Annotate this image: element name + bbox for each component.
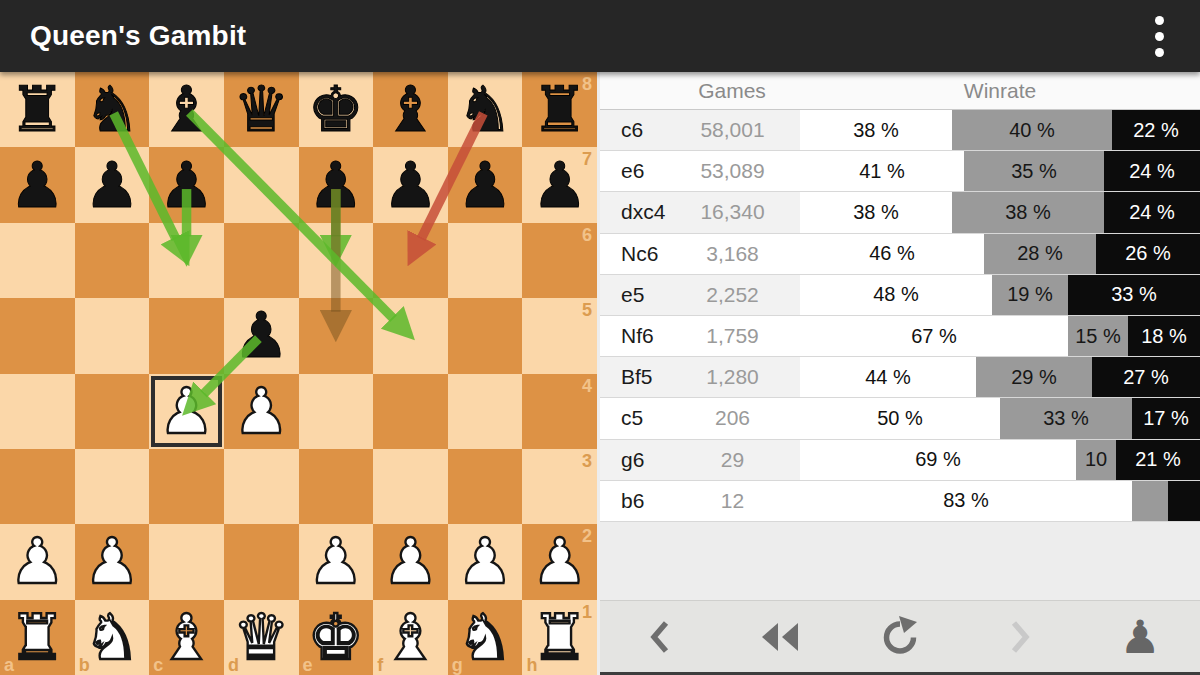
white-winrate-segment: 41 % [800,151,964,191]
square-g1[interactable]: g♞ [448,600,523,675]
square-d2[interactable] [224,524,299,599]
white-rook: ♜ [0,600,75,675]
draw-winrate-segment: 15 % [1068,316,1128,356]
square-f7[interactable]: ♟ [373,147,448,222]
black-pawn: ♟ [448,147,523,222]
black-pawn: ♟ [224,298,299,373]
square-b6[interactable] [75,223,150,298]
draw-winrate-segment: 40 % [952,110,1112,150]
rank-label: 3 [582,452,592,470]
chevron-right-icon [1005,616,1035,658]
games-count: 53,089 [660,151,805,191]
board-squares[interactable]: ♜♞♝♛♚♝♞8♜♟♟♟♟♟♟7♟6♟5♟♟43♟♟♟♟♟2♟a♜b♞c♝d♛e… [0,72,597,675]
move-label: Bf5 [621,357,653,397]
square-h1[interactable]: 1h♜ [522,600,597,675]
white-queen: ♛ [224,600,299,675]
white-pawn: ♟ [224,374,299,449]
kebab-menu-icon[interactable] [1146,14,1172,58]
square-g4[interactable] [448,374,523,449]
black-winrate-segment: 24 % [1104,192,1200,232]
square-h3[interactable]: 3 [522,449,597,524]
move-stats-rows: c658,00138 %40 %22 %e653,08941 %35 %24 %… [600,110,1200,522]
white-pawn: ♟ [299,524,374,599]
white-knight: ♞ [75,600,150,675]
square-c2[interactable] [149,524,224,599]
move-row-c5[interactable]: c520650 %33 %17 % [600,398,1200,439]
square-d1[interactable]: d♛ [224,600,299,675]
square-f8[interactable]: ♝ [373,72,448,147]
white-winrate-segment: 46 % [800,234,984,274]
white-bishop: ♝ [149,600,224,675]
square-c6[interactable] [149,223,224,298]
winrate-bar: 83 % [800,481,1200,521]
square-a4[interactable] [0,374,75,449]
refresh-icon [877,614,923,660]
square-c4[interactable]: ♟ [149,374,224,449]
white-king: ♚ [299,600,374,675]
square-b1[interactable]: b♞ [75,600,150,675]
games-count: 1,280 [660,357,805,397]
square-d5[interactable]: ♟ [224,298,299,373]
black-winrate-segment: 17 % [1132,398,1200,438]
rank-label: 2 [582,527,592,545]
black-rook: ♜ [522,72,597,147]
draw-winrate-segment [1132,481,1168,521]
square-e7[interactable]: ♟ [299,147,374,222]
white-rook: ♜ [522,600,597,675]
square-b5[interactable] [75,298,150,373]
black-winrate-segment: 24 % [1104,151,1200,191]
games-count: 2,252 [660,275,805,315]
draw-winrate-segment: 33 % [1000,398,1132,438]
square-a5[interactable] [0,298,75,373]
rank-label: 6 [582,226,592,244]
rank-label: 1 [582,603,592,621]
black-knight: ♞ [448,72,523,147]
winrate-bar: 48 %19 %33 % [800,275,1200,315]
winrate-bar: 38 %40 %22 % [800,110,1200,150]
app-bar: Queen's Gambit [0,0,1200,72]
black-winrate-segment [1168,481,1200,521]
move-label: Nf6 [621,316,654,356]
move-label: Nc6 [621,234,658,274]
square-f6[interactable] [373,223,448,298]
chevron-left-icon [645,616,675,658]
practice-button[interactable]: ♟ [1080,601,1200,672]
black-pawn: ♟ [0,147,75,222]
square-h2[interactable]: 2♟ [522,524,597,599]
square-e3[interactable] [299,449,374,524]
back-button[interactable] [600,601,720,672]
chess-openings-app: Queen's Gambit ♜♞♝♛♚♝♞8♜♟♟♟♟♟♟7♟6♟5♟♟43♟… [0,0,1200,675]
black-king: ♚ [299,72,374,147]
square-g6[interactable] [448,223,523,298]
move-row-dxc4[interactable]: dxc416,34038 %38 %24 % [600,192,1200,233]
move-label: e6 [621,151,644,191]
black-bishop: ♝ [149,72,224,147]
move-row-g6[interactable]: g62969 %1021 % [600,440,1200,481]
square-h6[interactable]: 6 [522,223,597,298]
white-pawn: ♟ [373,524,448,599]
square-h8[interactable]: 8♜ [522,72,597,147]
draw-winrate-segment: 19 % [992,275,1068,315]
square-a6[interactable] [0,223,75,298]
winrate-bar: 67 %15 %18 % [800,316,1200,356]
square-f1[interactable]: f♝ [373,600,448,675]
square-e5[interactable] [299,298,374,373]
draw-winrate-segment: 29 % [976,357,1092,397]
move-row-e5[interactable]: e52,25248 %19 %33 % [600,275,1200,316]
square-d8[interactable]: ♛ [224,72,299,147]
square-f3[interactable] [373,449,448,524]
winrate-bar: 44 %29 %27 % [800,357,1200,397]
square-f4[interactable] [373,374,448,449]
file-label: e [303,656,313,674]
chess-board[interactable]: ♜♞♝♛♚♝♞8♜♟♟♟♟♟♟7♟6♟5♟♟43♟♟♟♟♟2♟a♜b♞c♝d♛e… [0,72,597,675]
square-h7[interactable]: 7♟ [522,147,597,222]
square-c5[interactable] [149,298,224,373]
move-row-c6[interactable]: c658,00138 %40 %22 % [600,110,1200,151]
move-row-b6[interactable]: b61283 % [600,481,1200,522]
black-knight: ♞ [75,72,150,147]
move-row-Nc6[interactable]: Nc63,16846 %28 %26 % [600,234,1200,275]
square-h4[interactable]: 4 [522,374,597,449]
last-move-highlight [151,376,222,447]
games-count: 58,001 [660,110,805,150]
square-g2[interactable]: ♟ [448,524,523,599]
square-b3[interactable] [75,449,150,524]
rank-label: 8 [582,75,592,93]
black-winrate-segment: 27 % [1092,357,1200,397]
square-c1[interactable]: c♝ [149,600,224,675]
square-c8[interactable]: ♝ [149,72,224,147]
file-label: h [526,656,537,674]
games-count: 3,168 [660,234,805,274]
white-knight: ♞ [448,600,523,675]
white-winrate-segment: 69 % [800,440,1076,480]
move-label: b6 [621,481,644,521]
square-g3[interactable] [448,449,523,524]
square-a2[interactable]: ♟ [0,524,75,599]
draw-winrate-segment: 38 % [952,192,1104,232]
draw-winrate-segment: 10 [1076,440,1116,480]
white-winrate-segment: 50 % [800,398,1000,438]
white-winrate-segment: 38 % [800,192,952,232]
square-b7[interactable]: ♟ [75,147,150,222]
file-label: f [377,656,383,674]
white-pawn: ♟ [149,374,224,449]
rank-label: 4 [582,377,592,395]
stats-table-header: Games Winrate [600,72,1200,110]
rank-label: 5 [582,301,592,319]
square-e4[interactable] [299,374,374,449]
draw-winrate-segment: 35 % [964,151,1104,191]
white-winrate-segment: 44 % [800,357,976,397]
move-label: e5 [621,275,644,315]
white-pawn: ♟ [448,524,523,599]
square-a7[interactable]: ♟ [0,147,75,222]
black-winrate-segment: 33 % [1068,275,1200,315]
square-g7[interactable]: ♟ [448,147,523,222]
square-f2[interactable]: ♟ [373,524,448,599]
white-bishop: ♝ [373,600,448,675]
move-label: g6 [621,440,644,480]
winrate-column-header: Winrate [800,72,1200,110]
black-pawn: ♟ [149,147,224,222]
games-count: 16,340 [660,192,805,232]
black-queen: ♛ [224,72,299,147]
reset-button[interactable] [840,601,960,672]
games-count: 1,759 [660,316,805,356]
black-pawn: ♟ [522,147,597,222]
move-row-e6[interactable]: e653,08941 %35 %24 % [600,151,1200,192]
white-winrate-segment: 67 % [800,316,1068,356]
file-label: a [4,656,14,674]
forward-button[interactable] [960,601,1080,672]
white-winrate-segment: 48 % [800,275,992,315]
square-e6[interactable] [299,223,374,298]
winrate-bar: 41 %35 %24 % [800,151,1200,191]
square-d7[interactable] [224,147,299,222]
winrate-bar: 38 %38 %24 % [800,192,1200,232]
square-c7[interactable]: ♟ [149,147,224,222]
fast-rewind-icon [756,617,804,657]
move-label: dxc4 [621,192,665,232]
white-winrate-segment: 38 % [800,110,952,150]
file-label: g [452,656,463,674]
white-pawn: ♟ [0,524,75,599]
square-c3[interactable] [149,449,224,524]
black-pawn: ♟ [299,147,374,222]
square-h5[interactable]: 5 [522,298,597,373]
square-e8[interactable]: ♚ [299,72,374,147]
move-row-Bf5[interactable]: Bf51,28044 %29 %27 % [600,357,1200,398]
pawn-icon: ♟ [1119,614,1160,660]
square-b4[interactable] [75,374,150,449]
winrate-bar: 46 %28 %26 % [800,234,1200,274]
white-pawn: ♟ [522,524,597,599]
square-b8[interactable]: ♞ [75,72,150,147]
black-winrate-segment: 21 % [1116,440,1200,480]
black-pawn: ♟ [75,147,150,222]
games-count: 12 [660,481,805,521]
move-label: c6 [621,110,643,150]
square-a8[interactable]: ♜ [0,72,75,147]
square-a1[interactable]: a♜ [0,600,75,675]
page-title: Queen's Gambit [30,20,246,52]
winrate-bar: 50 %33 %17 % [800,398,1200,438]
square-a3[interactable] [0,449,75,524]
black-winrate-segment: 18 % [1128,316,1200,356]
games-count: 206 [660,398,805,438]
opening-stats-panel: Games Winrate c658,00138 %40 %22 %e653,0… [597,72,1200,675]
square-d6[interactable] [224,223,299,298]
winrate-bar: 69 %1021 % [800,440,1200,480]
games-count: 29 [660,440,805,480]
black-pawn: ♟ [373,147,448,222]
file-label: d [228,656,239,674]
square-e1[interactable]: e♚ [299,600,374,675]
file-label: c [153,656,163,674]
black-bishop: ♝ [373,72,448,147]
square-d4[interactable]: ♟ [224,374,299,449]
black-rook: ♜ [0,72,75,147]
white-winrate-segment: 83 % [800,481,1132,521]
file-label: b [79,656,90,674]
fast-rewind-button[interactable] [720,601,840,672]
move-row-Nf6[interactable]: Nf61,75967 %15 %18 % [600,316,1200,357]
move-label: c5 [621,398,643,438]
white-pawn: ♟ [75,524,150,599]
rank-label: 7 [582,150,592,168]
square-g8[interactable]: ♞ [448,72,523,147]
square-g5[interactable] [448,298,523,373]
navigation-toolbar: ♟ [600,600,1200,672]
black-winrate-segment: 26 % [1096,234,1200,274]
black-winrate-segment: 22 % [1112,110,1200,150]
square-b2[interactable]: ♟ [75,524,150,599]
square-f5[interactable] [373,298,448,373]
draw-winrate-segment: 28 % [984,234,1096,274]
square-e2[interactable]: ♟ [299,524,374,599]
square-d3[interactable] [224,449,299,524]
